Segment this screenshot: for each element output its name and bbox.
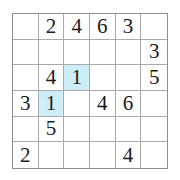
cell-r4c3[interactable] <box>64 91 90 117</box>
cell-r5c4[interactable] <box>90 117 116 143</box>
cell-r6c4[interactable] <box>90 142 116 168</box>
cell-r4c6[interactable] <box>141 91 167 117</box>
cell-r1c3[interactable]: 4 <box>64 14 90 40</box>
cell-r2c1[interactable] <box>13 40 39 66</box>
cell-r5c1[interactable] <box>13 117 39 143</box>
cell-r6c2[interactable] <box>39 142 65 168</box>
cell-r4c4[interactable]: 4 <box>90 91 116 117</box>
cell-r2c4[interactable] <box>90 40 116 66</box>
cell-r1c1[interactable] <box>13 14 39 40</box>
cell-r4c5[interactable]: 6 <box>116 91 142 117</box>
cell-r5c2[interactable]: 5 <box>39 117 65 143</box>
cell-r2c3[interactable] <box>64 40 90 66</box>
cell-r3c6[interactable]: 5 <box>141 65 167 91</box>
cell-r5c3[interactable] <box>64 117 90 143</box>
cell-r3c5[interactable] <box>116 65 142 91</box>
cell-r2c5[interactable] <box>116 40 142 66</box>
cell-r6c5[interactable]: 4 <box>116 142 142 168</box>
cell-r3c3[interactable]: 1 <box>64 65 90 91</box>
cell-r6c3[interactable] <box>64 142 90 168</box>
cell-r2c2[interactable] <box>39 40 65 66</box>
cell-r6c1[interactable]: 2 <box>13 142 39 168</box>
cell-r6c6[interactable] <box>141 142 167 168</box>
cell-r3c4[interactable] <box>90 65 116 91</box>
cell-r5c5[interactable] <box>116 117 142 143</box>
cell-r4c1[interactable]: 3 <box>13 91 39 117</box>
cell-r4c2[interactable]: 1 <box>39 91 65 117</box>
cell-r1c5[interactable]: 3 <box>116 14 142 40</box>
puzzle-board: 246334153146524 <box>12 13 168 169</box>
cell-r1c2[interactable]: 2 <box>39 14 65 40</box>
cell-r5c6[interactable] <box>141 117 167 143</box>
cell-r3c1[interactable] <box>13 65 39 91</box>
cell-r3c2[interactable]: 4 <box>39 65 65 91</box>
cell-r1c6[interactable] <box>141 14 167 40</box>
cell-r2c6[interactable]: 3 <box>141 40 167 66</box>
cell-r1c4[interactable]: 6 <box>90 14 116 40</box>
